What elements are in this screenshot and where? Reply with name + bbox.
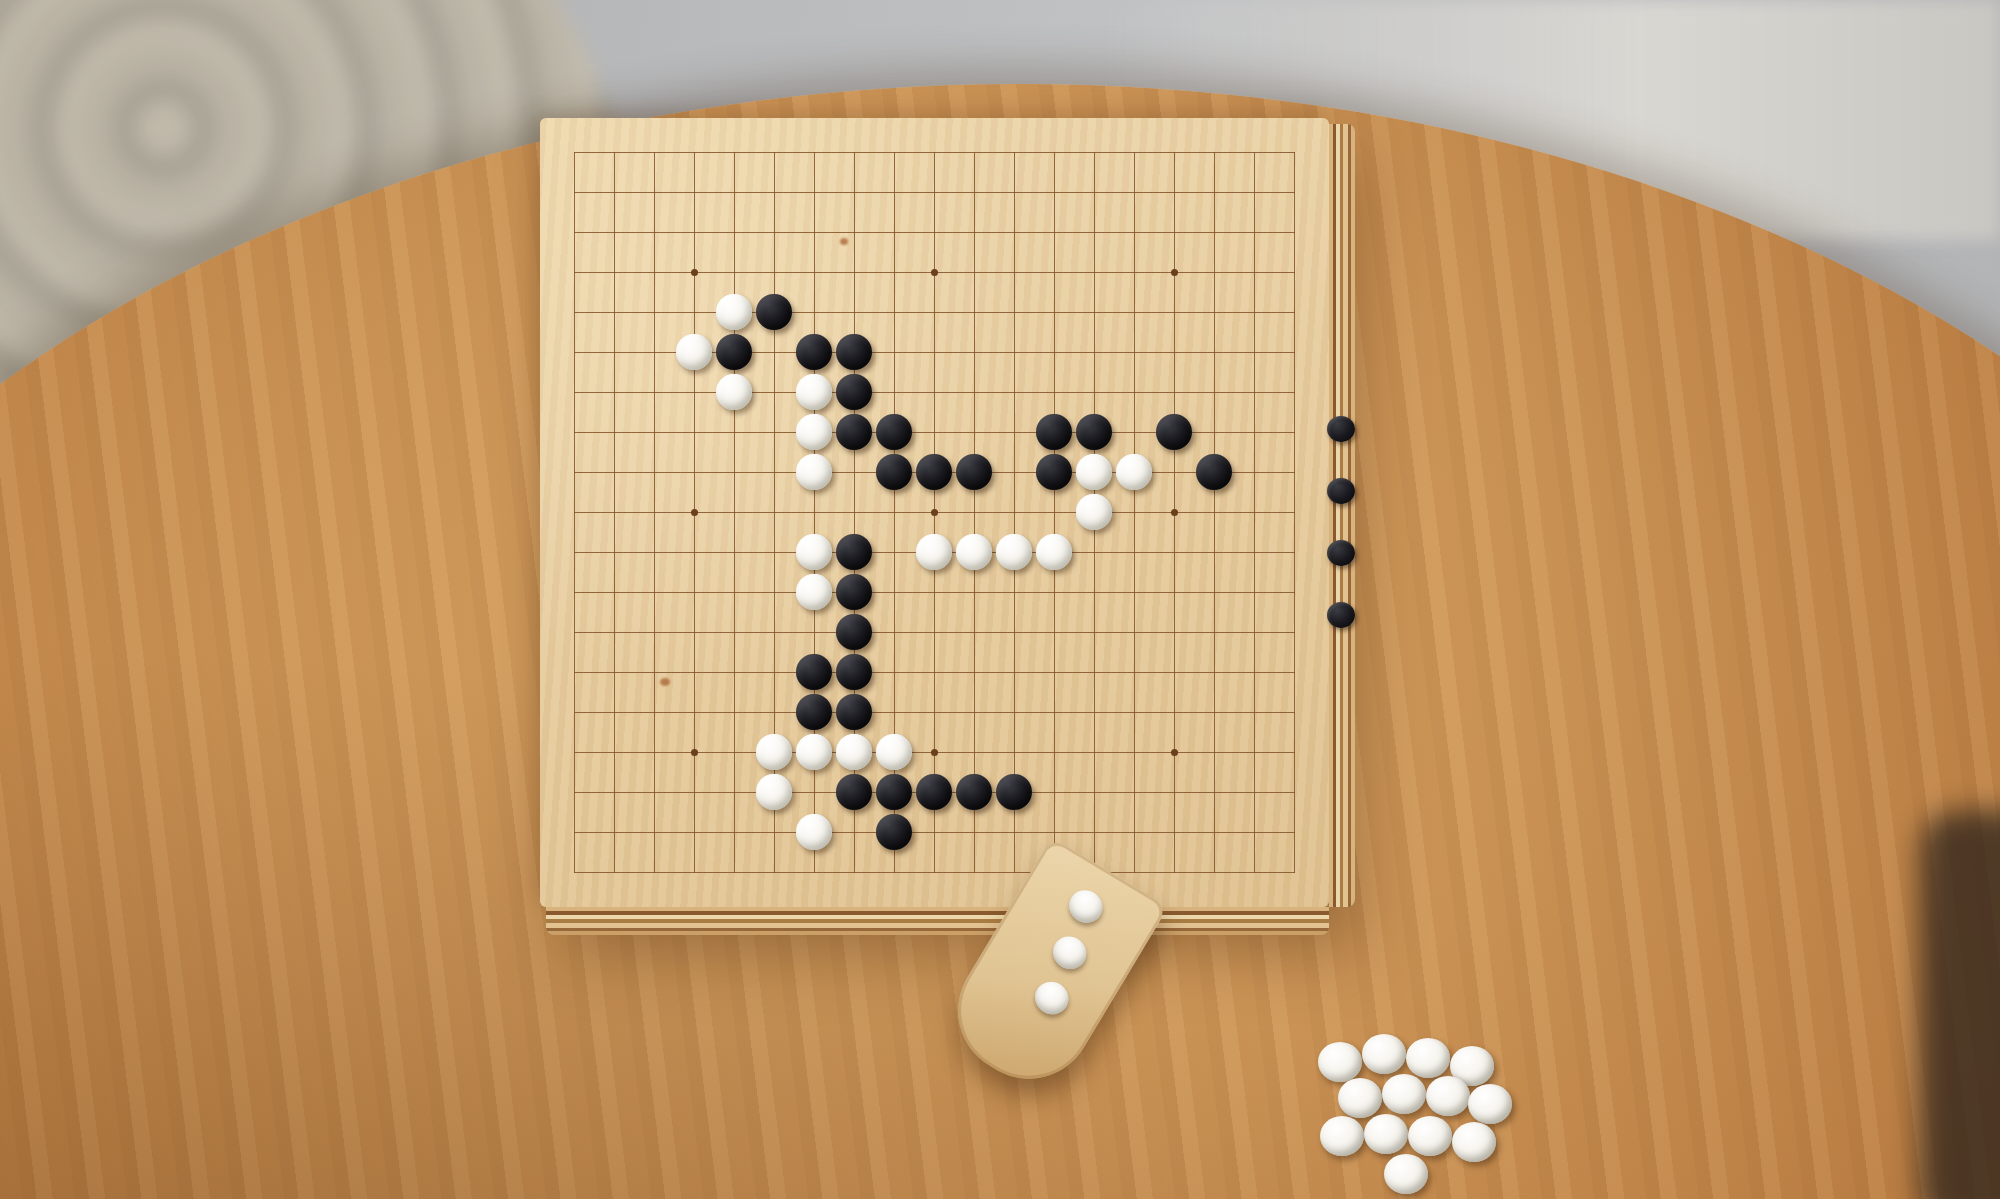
table-white-stone bbox=[1408, 1116, 1452, 1156]
black-stone bbox=[876, 454, 912, 490]
black-stone bbox=[876, 414, 912, 450]
board-grid bbox=[574, 152, 1295, 873]
photo-scene bbox=[0, 0, 2000, 1199]
black-stone bbox=[796, 654, 832, 690]
star-point bbox=[931, 269, 938, 276]
white-stone bbox=[796, 814, 832, 850]
black-stone bbox=[1156, 414, 1192, 450]
table-white-stone bbox=[1468, 1084, 1512, 1124]
white-stone bbox=[876, 734, 912, 770]
star-point bbox=[1171, 269, 1178, 276]
black-stone bbox=[716, 334, 752, 370]
drawer-white-stone bbox=[1029, 976, 1075, 1021]
table-white-stone bbox=[1452, 1122, 1496, 1162]
captured-black-stone bbox=[1327, 416, 1355, 442]
black-stone bbox=[796, 694, 832, 730]
white-stone bbox=[796, 374, 832, 410]
black-stone bbox=[996, 774, 1032, 810]
drawer-white-stone bbox=[1047, 930, 1093, 975]
black-stone bbox=[836, 774, 872, 810]
white-stone bbox=[756, 734, 792, 770]
black-stone bbox=[876, 774, 912, 810]
board-surface bbox=[540, 118, 1329, 907]
white-stone bbox=[716, 374, 752, 410]
captured-black-stone bbox=[1327, 478, 1355, 504]
white-stone bbox=[796, 534, 832, 570]
star-point bbox=[1171, 509, 1178, 516]
black-stone bbox=[836, 414, 872, 450]
table-white-stone bbox=[1362, 1034, 1406, 1074]
white-stone bbox=[956, 534, 992, 570]
white-stone bbox=[916, 534, 952, 570]
white-stone bbox=[1036, 534, 1072, 570]
black-stone bbox=[836, 374, 872, 410]
star-point bbox=[931, 509, 938, 516]
white-stone bbox=[796, 414, 832, 450]
table-white-stone bbox=[1364, 1114, 1408, 1154]
star-point bbox=[931, 749, 938, 756]
black-stone bbox=[916, 454, 952, 490]
white-stone bbox=[756, 774, 792, 810]
table-white-stone bbox=[1320, 1116, 1364, 1156]
star-point bbox=[691, 509, 698, 516]
star-point bbox=[691, 269, 698, 276]
black-stone bbox=[1036, 454, 1072, 490]
board-plywood-edge-right bbox=[1329, 124, 1355, 907]
black-stone bbox=[796, 334, 832, 370]
black-stone bbox=[836, 334, 872, 370]
white-stone bbox=[1116, 454, 1152, 490]
black-stone bbox=[916, 774, 952, 810]
white-stone bbox=[796, 574, 832, 610]
black-stone bbox=[836, 534, 872, 570]
white-stone bbox=[716, 294, 752, 330]
table-white-stone bbox=[1318, 1042, 1362, 1082]
white-stone bbox=[1076, 454, 1112, 490]
white-stone bbox=[836, 734, 872, 770]
white-stone bbox=[1076, 494, 1112, 530]
black-stone bbox=[756, 294, 792, 330]
black-stone bbox=[836, 694, 872, 730]
star-point bbox=[691, 749, 698, 756]
table-white-stone bbox=[1384, 1154, 1428, 1194]
black-stone bbox=[1036, 414, 1072, 450]
black-stone bbox=[1196, 454, 1232, 490]
white-stone bbox=[796, 734, 832, 770]
star-point bbox=[1171, 749, 1178, 756]
white-stone-pile bbox=[1318, 1032, 1558, 1199]
white-stone bbox=[996, 534, 1032, 570]
go-board bbox=[540, 118, 1329, 907]
board-plywood-edge-bottom bbox=[546, 907, 1329, 935]
captured-black-stone bbox=[1327, 602, 1355, 628]
black-stone bbox=[1076, 414, 1112, 450]
table-white-stone bbox=[1406, 1038, 1450, 1078]
drawer-white-stone bbox=[1063, 884, 1109, 929]
black-stone bbox=[956, 774, 992, 810]
white-stone bbox=[796, 454, 832, 490]
black-stone bbox=[876, 814, 912, 850]
captured-black-stone bbox=[1327, 540, 1355, 566]
table-white-stone bbox=[1382, 1074, 1426, 1114]
white-stone bbox=[676, 334, 712, 370]
black-stone bbox=[836, 574, 872, 610]
black-stone bbox=[956, 454, 992, 490]
black-stone bbox=[836, 614, 872, 650]
dark-object-right bbox=[1920, 810, 2000, 1199]
table-white-stone bbox=[1426, 1076, 1470, 1116]
table-white-stone bbox=[1338, 1078, 1382, 1118]
black-stone bbox=[836, 654, 872, 690]
